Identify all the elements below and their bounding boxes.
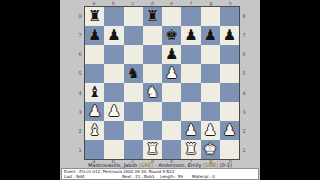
rank-label-8: 8 [241,6,247,25]
piece-white-pawn[interactable]: ♟ [203,121,216,140]
square-e6[interactable]: ♟ [162,45,181,64]
piece-black-knight[interactable]: ♞ [126,64,139,83]
rank-label-6: 6 [241,45,247,64]
square-b7[interactable]: ♟ [104,26,123,45]
piece-black-pawn[interactable]: ♟ [107,26,120,45]
square-a6[interactable] [85,45,104,64]
screenshot-root: abcdefgh abcdefgh 87654321 87654321 ♜♜♟♟… [0,0,320,180]
rank-label-2: 2 [241,122,247,141]
rank-label-1: 1 [77,141,83,160]
square-a5[interactable] [85,64,104,83]
left-letterbox-bar [0,0,60,180]
rank-label-4: 4 [241,83,247,102]
piece-black-bishop[interactable]: ♝ [88,83,101,102]
piece-black-pawn[interactable]: ♟ [223,26,236,45]
piece-black-rook[interactable]: ♜ [146,7,159,26]
square-d1[interactable]: ♜ [143,140,162,159]
piece-white-pawn[interactable]: ♟ [88,102,101,121]
piece-black-pawn[interactable]: ♟ [88,26,101,45]
square-h5[interactable] [220,64,239,83]
square-b3[interactable]: ♟ [104,102,123,121]
square-e7[interactable]: ♚ [162,26,181,45]
square-h8[interactable] [220,7,239,26]
piece-white-rook[interactable]: ♜ [184,140,197,159]
square-e3[interactable] [162,102,181,121]
square-h1[interactable] [220,140,239,159]
rank-label-3: 3 [241,102,247,121]
square-g5[interactable] [201,64,220,83]
piece-white-bishop[interactable]: ♝ [88,121,101,140]
rank-label-5: 5 [77,64,83,83]
square-b1[interactable] [104,140,123,159]
square-d8[interactable]: ♜ [143,7,162,26]
rank-label-5: 5 [241,64,247,83]
square-g7[interactable]: ♟ [201,26,220,45]
rank-label-7: 7 [241,25,247,44]
piece-white-king[interactable]: ♚ [203,140,216,159]
piece-black-pawn[interactable]: ♟ [184,26,197,45]
square-c5[interactable]: ♞ [124,64,143,83]
game-info-box: Event : EU-ch U12, Peninsula 2002.09.30,… [61,168,259,180]
square-f2[interactable]: ♟ [181,121,200,140]
square-c2[interactable] [124,121,143,140]
square-c1[interactable] [124,140,143,159]
square-b4[interactable] [104,83,123,102]
piece-white-rook[interactable]: ♜ [146,140,159,159]
square-f7[interactable]: ♟ [181,26,200,45]
square-a8[interactable]: ♜ [85,7,104,26]
square-a4[interactable]: ♝ [85,83,104,102]
rank-label-4: 4 [77,83,83,102]
piece-white-pawn[interactable]: ♟ [223,121,236,140]
square-a7[interactable]: ♟ [85,26,104,45]
rank-label-6: 6 [77,45,83,64]
square-b5[interactable] [104,64,123,83]
square-f3[interactable] [181,102,200,121]
square-b2[interactable] [104,121,123,140]
square-e1[interactable] [162,140,181,159]
piece-black-pawn[interactable]: ♟ [203,26,216,45]
rank-label-7: 7 [77,25,83,44]
piece-white-knight[interactable]: ♞ [146,83,159,102]
piece-white-pawn[interactable]: ♟ [184,121,197,140]
square-d7[interactable] [143,26,162,45]
square-g3[interactable] [201,102,220,121]
square-d2[interactable] [143,121,162,140]
rank-label-8: 8 [77,6,83,25]
rank-labels-right: 87654321 [241,6,247,160]
next-move-label: Next : 21...Bxb3 [122,174,154,179]
square-f6[interactable] [181,45,200,64]
square-d4[interactable]: ♞ [143,83,162,102]
material-balance-label: Material : 0 [192,174,215,179]
square-a3[interactable]: ♟ [85,102,104,121]
last-move-label: Last : Nd4 [64,174,84,179]
square-b6[interactable] [104,45,123,64]
piece-black-rook[interactable]: ♜ [88,7,101,26]
square-g6[interactable] [201,45,220,64]
piece-white-pawn[interactable]: ♟ [107,102,120,121]
rank-label-2: 2 [77,122,83,141]
square-e5[interactable]: ♟ [162,64,181,83]
rank-labels-left: 87654321 [77,6,83,160]
chess-gui-panel: abcdefgh abcdefgh 87654321 87654321 ♜♜♟♟… [60,0,260,180]
right-letterbox-bar [260,0,320,180]
square-f1[interactable]: ♜ [181,140,200,159]
square-d3[interactable] [143,102,162,121]
square-h7[interactable]: ♟ [220,26,239,45]
square-f8[interactable] [181,7,200,26]
piece-white-pawn[interactable]: ♟ [165,64,178,83]
square-g2[interactable]: ♟ [201,121,220,140]
square-c6[interactable] [124,45,143,64]
square-d6[interactable] [143,45,162,64]
square-h2[interactable]: ♟ [220,121,239,140]
rank-label-1: 1 [241,141,247,160]
square-h6[interactable] [220,45,239,64]
square-b8[interactable] [104,7,123,26]
square-a1[interactable] [85,140,104,159]
square-h4[interactable] [220,83,239,102]
chess-board: ♜♜♟♟♚♟♟♟♟♞♟♝♞♟♟♝♟♟♟♜♜♚ [84,6,240,160]
square-c4[interactable] [124,83,143,102]
piece-black-king[interactable]: ♚ [165,26,178,45]
piece-black-pawn[interactable]: ♟ [165,45,178,64]
square-g4[interactable] [201,83,220,102]
square-a2[interactable]: ♝ [85,121,104,140]
square-e2[interactable] [162,121,181,140]
square-g8[interactable] [201,7,220,26]
square-d5[interactable] [143,64,162,83]
square-e4[interactable] [162,83,181,102]
square-c7[interactable] [124,26,143,45]
rank-label-3: 3 [77,102,83,121]
square-e8[interactable] [162,7,181,26]
square-f5[interactable] [181,64,200,83]
game-length-label: Length : 59 [160,174,183,179]
square-c3[interactable] [124,102,143,121]
square-f4[interactable] [181,83,200,102]
square-c8[interactable] [124,7,143,26]
square-g1[interactable]: ♚ [201,140,220,159]
square-h3[interactable] [220,102,239,121]
